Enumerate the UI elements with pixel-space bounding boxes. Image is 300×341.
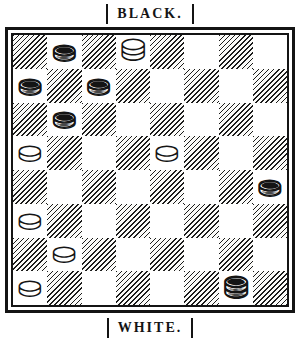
dark-square[interactable] bbox=[82, 238, 116, 272]
dark-square[interactable] bbox=[47, 69, 81, 103]
square-19[interactable] bbox=[184, 170, 218, 204]
square-20[interactable]: ⛂ bbox=[253, 170, 287, 204]
black-man-piece[interactable]: ⛂ bbox=[18, 70, 43, 100]
square-31[interactable] bbox=[150, 271, 184, 305]
dark-square[interactable] bbox=[253, 271, 287, 305]
dark-square[interactable] bbox=[219, 103, 253, 137]
black-side-label: BLACK. bbox=[0, 3, 300, 25]
dark-square[interactable] bbox=[116, 271, 150, 305]
square-30[interactable] bbox=[82, 271, 116, 305]
white-king-piece[interactable]: ⛁ bbox=[120, 35, 146, 66]
square-29[interactable]: ⛀ bbox=[13, 271, 47, 305]
square-24[interactable] bbox=[219, 204, 253, 238]
square-6[interactable]: ⛂ bbox=[82, 69, 116, 103]
white-side-label: WHITE. bbox=[0, 317, 300, 339]
square-23[interactable] bbox=[150, 204, 184, 238]
dark-square[interactable] bbox=[219, 35, 253, 69]
square-12[interactable] bbox=[253, 103, 287, 137]
square-26[interactable] bbox=[116, 238, 150, 272]
board-frame: ⛂⛁⛂⛂⛂⛀⛀⛂⛀⛀⛀⛃ bbox=[5, 27, 295, 313]
square-10[interactable] bbox=[116, 103, 150, 137]
white-label-text: WHITE. bbox=[118, 318, 183, 338]
dark-square[interactable] bbox=[184, 136, 218, 170]
dark-square[interactable] bbox=[13, 35, 47, 69]
white-man-piece[interactable]: ⛀ bbox=[155, 137, 180, 167]
square-2[interactable]: ⛁ bbox=[116, 35, 150, 69]
black-label-text: BLACK. bbox=[117, 4, 182, 24]
square-16[interactable] bbox=[219, 136, 253, 170]
dark-square[interactable] bbox=[13, 170, 47, 204]
dark-square[interactable] bbox=[82, 170, 116, 204]
square-11[interactable] bbox=[184, 103, 218, 137]
dark-square[interactable] bbox=[253, 204, 287, 238]
label-right-bar bbox=[192, 4, 194, 24]
square-25[interactable]: ⛀ bbox=[47, 238, 81, 272]
white-man-piece[interactable]: ⛀ bbox=[18, 205, 43, 235]
dark-square[interactable] bbox=[13, 238, 47, 272]
black-man-piece[interactable]: ⛂ bbox=[52, 36, 77, 66]
label-left-bar bbox=[107, 318, 109, 338]
square-21[interactable]: ⛀ bbox=[13, 204, 47, 238]
dark-square[interactable] bbox=[82, 35, 116, 69]
dark-square[interactable] bbox=[47, 136, 81, 170]
dark-square[interactable] bbox=[184, 204, 218, 238]
square-4[interactable] bbox=[253, 35, 287, 69]
square-28[interactable] bbox=[253, 238, 287, 272]
square-27[interactable] bbox=[184, 238, 218, 272]
black-man-piece[interactable]: ⛂ bbox=[86, 70, 111, 100]
square-32[interactable]: ⛃ bbox=[219, 271, 253, 305]
dark-square[interactable] bbox=[150, 35, 184, 69]
square-18[interactable] bbox=[116, 170, 150, 204]
square-9[interactable]: ⛂ bbox=[47, 103, 81, 137]
black-man-piece[interactable]: ⛂ bbox=[257, 171, 282, 201]
dark-square[interactable] bbox=[47, 204, 81, 238]
dark-square[interactable] bbox=[47, 271, 81, 305]
label-left-bar bbox=[106, 4, 108, 24]
square-5[interactable]: ⛂ bbox=[13, 69, 47, 103]
white-man-piece[interactable]: ⛀ bbox=[52, 238, 77, 268]
dark-square[interactable] bbox=[219, 170, 253, 204]
dark-square[interactable] bbox=[150, 103, 184, 137]
dark-square[interactable] bbox=[150, 170, 184, 204]
dark-square[interactable] bbox=[253, 69, 287, 103]
square-15[interactable]: ⛀ bbox=[150, 136, 184, 170]
dark-square[interactable] bbox=[13, 103, 47, 137]
dark-square[interactable] bbox=[184, 271, 218, 305]
square-22[interactable] bbox=[82, 204, 116, 238]
square-8[interactable] bbox=[219, 69, 253, 103]
square-14[interactable] bbox=[82, 136, 116, 170]
square-7[interactable] bbox=[150, 69, 184, 103]
dark-square[interactable] bbox=[150, 238, 184, 272]
dark-square[interactable] bbox=[82, 103, 116, 137]
dark-square[interactable] bbox=[219, 238, 253, 272]
black-king-piece[interactable]: ⛃ bbox=[223, 272, 249, 303]
white-man-piece[interactable]: ⛀ bbox=[18, 272, 43, 302]
white-man-piece[interactable]: ⛀ bbox=[18, 137, 43, 167]
black-man-piece[interactable]: ⛂ bbox=[52, 103, 77, 133]
square-17[interactable] bbox=[47, 170, 81, 204]
checkers-board: ⛂⛁⛂⛂⛂⛀⛀⛂⛀⛀⛀⛃ bbox=[13, 35, 287, 305]
square-3[interactable] bbox=[184, 35, 218, 69]
label-right-bar bbox=[191, 318, 193, 338]
dark-square[interactable] bbox=[184, 69, 218, 103]
dark-square[interactable] bbox=[116, 136, 150, 170]
square-1[interactable]: ⛂ bbox=[47, 35, 81, 69]
square-13[interactable]: ⛀ bbox=[13, 136, 47, 170]
board-inner-border: ⛂⛁⛂⛂⛂⛀⛀⛂⛀⛀⛀⛃ bbox=[11, 33, 289, 307]
dark-square[interactable] bbox=[116, 69, 150, 103]
dark-square[interactable] bbox=[253, 136, 287, 170]
dark-square[interactable] bbox=[116, 204, 150, 238]
